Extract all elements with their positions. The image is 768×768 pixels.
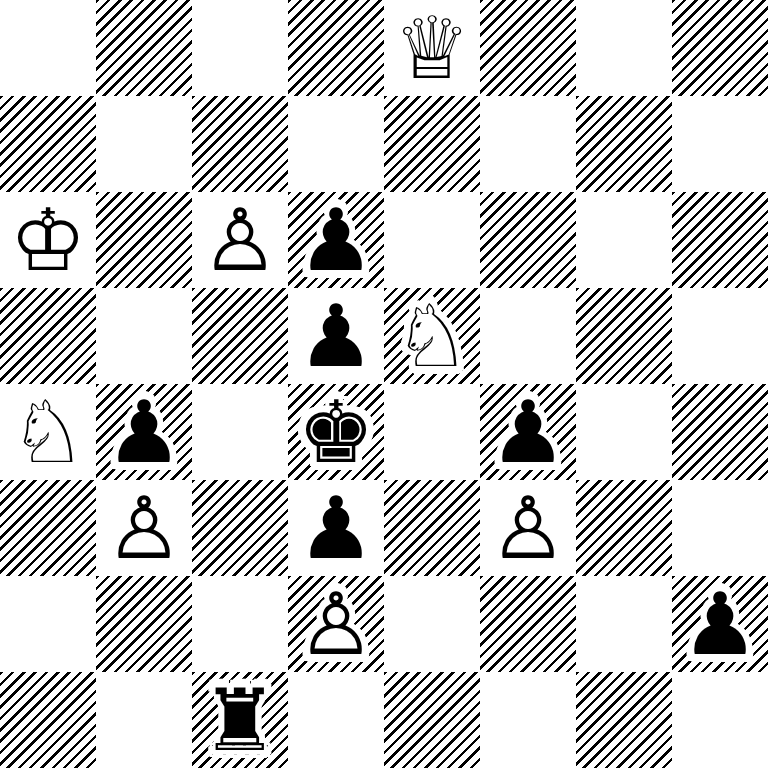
- square-g3[interactable]: [576, 480, 672, 576]
- square-f8[interactable]: [480, 0, 576, 96]
- square-g5[interactable]: [576, 288, 672, 384]
- white-king-icon: ♔: [0, 192, 96, 288]
- square-e8[interactable]: ♛♕: [384, 0, 480, 96]
- square-b4[interactable]: ♟♟: [96, 384, 192, 480]
- square-a5[interactable]: [0, 288, 96, 384]
- piece-white-knight-a4[interactable]: ♞♘: [0, 384, 96, 480]
- square-e2[interactable]: [384, 576, 480, 672]
- piece-black-rook-c1[interactable]: ♜♜: [192, 672, 288, 768]
- square-e4[interactable]: [384, 384, 480, 480]
- square-c4[interactable]: [192, 384, 288, 480]
- square-h8[interactable]: [672, 0, 768, 96]
- square-e7[interactable]: [384, 96, 480, 192]
- square-c8[interactable]: [192, 0, 288, 96]
- square-g4[interactable]: [576, 384, 672, 480]
- square-f7[interactable]: [480, 96, 576, 192]
- square-h3[interactable]: [672, 480, 768, 576]
- white-pawn-icon: ♙: [192, 192, 288, 288]
- square-c5[interactable]: [192, 288, 288, 384]
- square-b6[interactable]: [96, 192, 192, 288]
- square-c2[interactable]: [192, 576, 288, 672]
- square-e1[interactable]: [384, 672, 480, 768]
- square-a7[interactable]: [0, 96, 96, 192]
- square-a8[interactable]: [0, 0, 96, 96]
- square-g8[interactable]: [576, 0, 672, 96]
- square-h4[interactable]: [672, 384, 768, 480]
- square-h5[interactable]: [672, 288, 768, 384]
- piece-black-pawn-d3[interactable]: ♟♟: [288, 480, 384, 576]
- square-d5[interactable]: ♟♟: [288, 288, 384, 384]
- square-g1[interactable]: [576, 672, 672, 768]
- square-b3[interactable]: ♟♙: [96, 480, 192, 576]
- piece-white-knight-e5[interactable]: ♞♘: [384, 288, 480, 384]
- black-pawn-icon: ♟: [672, 576, 768, 672]
- piece-white-king-a6[interactable]: ♚♔: [0, 192, 96, 288]
- square-a4[interactable]: ♞♘: [0, 384, 96, 480]
- piece-black-king-d4[interactable]: ♚♚: [288, 384, 384, 480]
- chess-board: ♛♕♚♔♟♙♟♟♟♟♞♘♞♘♟♟♚♚♟♟♟♙♟♟♟♙♟♙♟♟♜♜: [0, 0, 768, 768]
- square-e6[interactable]: [384, 192, 480, 288]
- square-b2[interactable]: [96, 576, 192, 672]
- square-h6[interactable]: [672, 192, 768, 288]
- white-pawn-icon: ♙: [480, 480, 576, 576]
- white-knight-icon: ♘: [0, 384, 96, 480]
- square-g6[interactable]: [576, 192, 672, 288]
- square-d8[interactable]: [288, 0, 384, 96]
- piece-black-pawn-d5[interactable]: ♟♟: [288, 288, 384, 384]
- piece-black-pawn-f4[interactable]: ♟♟: [480, 384, 576, 480]
- square-f5[interactable]: [480, 288, 576, 384]
- black-king-icon: ♚: [288, 384, 384, 480]
- square-f3[interactable]: ♟♙: [480, 480, 576, 576]
- square-a2[interactable]: [0, 576, 96, 672]
- square-d1[interactable]: [288, 672, 384, 768]
- piece-black-pawn-d6[interactable]: ♟♟: [288, 192, 384, 288]
- black-pawn-icon: ♟: [480, 384, 576, 480]
- white-pawn-icon: ♙: [96, 480, 192, 576]
- square-d3[interactable]: ♟♟: [288, 480, 384, 576]
- square-h1[interactable]: [672, 672, 768, 768]
- square-c7[interactable]: [192, 96, 288, 192]
- square-a3[interactable]: [0, 480, 96, 576]
- square-c6[interactable]: ♟♙: [192, 192, 288, 288]
- piece-white-pawn-b3[interactable]: ♟♙: [96, 480, 192, 576]
- piece-white-pawn-c6[interactable]: ♟♙: [192, 192, 288, 288]
- square-d7[interactable]: [288, 96, 384, 192]
- square-c3[interactable]: [192, 480, 288, 576]
- piece-black-pawn-b4[interactable]: ♟♟: [96, 384, 192, 480]
- white-pawn-icon: ♙: [288, 576, 384, 672]
- square-a1[interactable]: [0, 672, 96, 768]
- square-e3[interactable]: [384, 480, 480, 576]
- square-c1[interactable]: ♜♜: [192, 672, 288, 768]
- square-g2[interactable]: [576, 576, 672, 672]
- piece-black-pawn-h2[interactable]: ♟♟: [672, 576, 768, 672]
- square-f2[interactable]: [480, 576, 576, 672]
- white-knight-icon: ♘: [384, 288, 480, 384]
- square-f6[interactable]: [480, 192, 576, 288]
- square-d4[interactable]: ♚♚: [288, 384, 384, 480]
- piece-white-queen-e8[interactable]: ♛♕: [384, 0, 480, 96]
- square-f1[interactable]: [480, 672, 576, 768]
- square-b7[interactable]: [96, 96, 192, 192]
- square-f4[interactable]: ♟♟: [480, 384, 576, 480]
- black-pawn-icon: ♟: [288, 192, 384, 288]
- square-d2[interactable]: ♟♙: [288, 576, 384, 672]
- square-b5[interactable]: [96, 288, 192, 384]
- square-e5[interactable]: ♞♘: [384, 288, 480, 384]
- black-pawn-icon: ♟: [288, 288, 384, 384]
- square-b1[interactable]: [96, 672, 192, 768]
- square-h7[interactable]: [672, 96, 768, 192]
- black-pawn-icon: ♟: [288, 480, 384, 576]
- square-b8[interactable]: [96, 0, 192, 96]
- square-d6[interactable]: ♟♟: [288, 192, 384, 288]
- piece-white-pawn-d2[interactable]: ♟♙: [288, 576, 384, 672]
- piece-white-pawn-f3[interactable]: ♟♙: [480, 480, 576, 576]
- square-h2[interactable]: ♟♟: [672, 576, 768, 672]
- white-queen-icon: ♕: [384, 0, 480, 96]
- black-rook-icon: ♜: [192, 672, 288, 768]
- square-g7[interactable]: [576, 96, 672, 192]
- black-pawn-icon: ♟: [96, 384, 192, 480]
- square-a6[interactable]: ♚♔: [0, 192, 96, 288]
